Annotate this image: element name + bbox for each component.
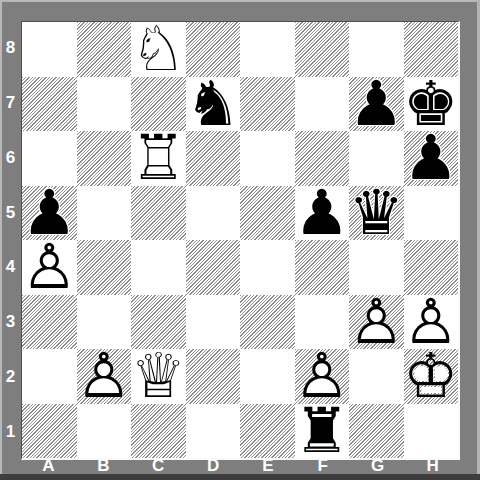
square-h5[interactable] bbox=[404, 186, 459, 241]
square-g1[interactable] bbox=[349, 404, 404, 459]
rank-label-8: 8 bbox=[0, 21, 21, 76]
square-d4[interactable] bbox=[186, 240, 241, 295]
square-b8[interactable] bbox=[77, 22, 132, 77]
white-knight-c8: ♞♘ bbox=[131, 22, 186, 77]
square-d5[interactable] bbox=[186, 186, 241, 241]
black-pawn-g7: ♟ bbox=[349, 77, 404, 132]
white-pawn-b2: ♟♙ bbox=[77, 349, 132, 404]
square-d2[interactable] bbox=[186, 349, 241, 404]
black-king-h7: ♚ bbox=[404, 77, 459, 132]
white-rook-c6: ♜♖ bbox=[131, 131, 186, 186]
square-a6[interactable] bbox=[22, 131, 77, 186]
black-pawn-h6: ♟ bbox=[404, 131, 459, 186]
square-f1[interactable]: ♜ bbox=[295, 404, 350, 459]
black-rook-f1: ♜ bbox=[295, 404, 350, 459]
square-d3[interactable] bbox=[186, 295, 241, 350]
square-a3[interactable] bbox=[22, 295, 77, 350]
square-e7[interactable] bbox=[240, 77, 295, 132]
square-e5[interactable] bbox=[240, 186, 295, 241]
square-f6[interactable] bbox=[295, 131, 350, 186]
square-b3[interactable] bbox=[77, 295, 132, 350]
square-b2[interactable]: ♟♙ bbox=[77, 349, 132, 404]
square-d8[interactable] bbox=[186, 22, 241, 77]
square-e4[interactable] bbox=[240, 240, 295, 295]
rank-label-2: 2 bbox=[0, 350, 21, 405]
square-e6[interactable] bbox=[240, 131, 295, 186]
square-c4[interactable] bbox=[131, 240, 186, 295]
square-b5[interactable] bbox=[77, 186, 132, 241]
square-c5[interactable] bbox=[131, 186, 186, 241]
square-b1[interactable] bbox=[77, 404, 132, 459]
rank-label-6: 6 bbox=[0, 131, 21, 186]
square-f8[interactable] bbox=[295, 22, 350, 77]
square-a5[interactable]: ♟ bbox=[22, 186, 77, 241]
square-a4[interactable]: ♟♙ bbox=[22, 240, 77, 295]
white-pawn-h3: ♟♙ bbox=[404, 295, 459, 350]
square-c2[interactable]: ♛♕ bbox=[131, 349, 186, 404]
square-c3[interactable] bbox=[131, 295, 186, 350]
square-e8[interactable] bbox=[240, 22, 295, 77]
square-f2[interactable]: ♟♙ bbox=[295, 349, 350, 404]
rank-label-5: 5 bbox=[0, 185, 21, 240]
square-f5[interactable]: ♟ bbox=[295, 186, 350, 241]
square-e2[interactable] bbox=[240, 349, 295, 404]
square-d1[interactable] bbox=[186, 404, 241, 459]
file-label-g: G bbox=[350, 458, 405, 474]
square-a2[interactable] bbox=[22, 349, 77, 404]
black-queen-g5: ♛ bbox=[349, 186, 404, 241]
square-h3[interactable]: ♟♙ bbox=[404, 295, 459, 350]
file-label-e: E bbox=[241, 458, 296, 474]
black-pawn-f5: ♟ bbox=[295, 186, 350, 241]
white-queen-c2: ♛♕ bbox=[131, 349, 186, 404]
square-c6[interactable]: ♜♖ bbox=[131, 131, 186, 186]
file-label-b: B bbox=[76, 458, 131, 474]
file-label-f: F bbox=[295, 458, 350, 474]
square-e1[interactable] bbox=[240, 404, 295, 459]
file-label-c: C bbox=[131, 458, 186, 474]
white-pawn-g3: ♟♙ bbox=[349, 295, 404, 350]
square-g6[interactable] bbox=[349, 131, 404, 186]
rank-label-3: 3 bbox=[0, 295, 21, 350]
white-king-h2: ♚♔ bbox=[404, 349, 459, 404]
square-b4[interactable] bbox=[77, 240, 132, 295]
square-h2[interactable]: ♚♔ bbox=[404, 349, 459, 404]
white-pawn-f2: ♟♙ bbox=[295, 349, 350, 404]
black-pawn-a5: ♟ bbox=[22, 186, 77, 241]
white-pawn-a4: ♟♙ bbox=[22, 240, 77, 295]
frame-bevel-bottom bbox=[0, 474, 480, 480]
frame-bevel-left bbox=[0, 0, 2, 474]
file-label-h: H bbox=[405, 458, 460, 474]
chess-board: ♞♘♞♟♚♜♖♟♟♟♛♟♙♟♙♟♙♟♙♛♕♟♙♚♔♜ bbox=[21, 21, 460, 460]
square-g8[interactable] bbox=[349, 22, 404, 77]
rank-label-4: 4 bbox=[0, 240, 21, 295]
board-frame: ♞♘♞♟♚♜♖♟♟♟♛♟♙♟♙♟♙♟♙♛♕♟♙♚♔♜ 87654321 ABCD… bbox=[0, 0, 480, 480]
file-labels: ABCDEFGH bbox=[21, 458, 460, 474]
square-g3[interactable]: ♟♙ bbox=[349, 295, 404, 350]
square-h7[interactable]: ♚ bbox=[404, 77, 459, 132]
square-d7[interactable]: ♞ bbox=[186, 77, 241, 132]
file-label-a: A bbox=[21, 458, 76, 474]
square-b6[interactable] bbox=[77, 131, 132, 186]
square-f7[interactable] bbox=[295, 77, 350, 132]
square-c7[interactable] bbox=[131, 77, 186, 132]
file-label-d: D bbox=[186, 458, 241, 474]
square-g5[interactable]: ♛ bbox=[349, 186, 404, 241]
rank-label-1: 1 bbox=[0, 404, 21, 459]
black-knight-d7: ♞ bbox=[186, 77, 241, 132]
square-h1[interactable] bbox=[404, 404, 459, 459]
square-f4[interactable] bbox=[295, 240, 350, 295]
square-g4[interactable] bbox=[349, 240, 404, 295]
square-d6[interactable] bbox=[186, 131, 241, 186]
frame-bevel-top bbox=[0, 0, 480, 2]
rank-labels: 87654321 bbox=[0, 21, 21, 459]
square-f3[interactable] bbox=[295, 295, 350, 350]
rank-label-7: 7 bbox=[0, 76, 21, 131]
square-h6[interactable]: ♟ bbox=[404, 131, 459, 186]
square-g7[interactable]: ♟ bbox=[349, 77, 404, 132]
square-b7[interactable] bbox=[77, 77, 132, 132]
square-a1[interactable] bbox=[22, 404, 77, 459]
square-c8[interactable]: ♞♘ bbox=[131, 22, 186, 77]
square-e3[interactable] bbox=[240, 295, 295, 350]
square-a7[interactable] bbox=[22, 77, 77, 132]
square-c1[interactable] bbox=[131, 404, 186, 459]
square-a8[interactable] bbox=[22, 22, 77, 77]
square-h4[interactable] bbox=[404, 240, 459, 295]
square-g2[interactable] bbox=[349, 349, 404, 404]
square-h8[interactable] bbox=[404, 22, 459, 77]
